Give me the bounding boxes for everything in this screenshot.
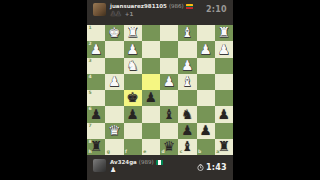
- square-b4[interactable]: [197, 74, 215, 90]
- square-g7[interactable]: ♛: [105, 123, 123, 139]
- square-b6[interactable]: [197, 106, 215, 122]
- rank-label: 3: [89, 59, 92, 64]
- file-label: h: [89, 150, 92, 155]
- opponent-player-bar: juansuarez981105(986) ♟♟ +1 2:10: [87, 0, 233, 25]
- square-e7[interactable]: [142, 123, 160, 139]
- letterbox-right: [233, 0, 320, 180]
- square-a6[interactable]: ♟: [215, 106, 233, 122]
- square-h2[interactable]: ♟2: [87, 41, 105, 57]
- file-label: a: [216, 150, 219, 155]
- square-f2[interactable]: ♟: [124, 41, 142, 57]
- square-b1[interactable]: [197, 25, 215, 41]
- square-c5[interactable]: [178, 90, 196, 106]
- player-avatar[interactable]: [93, 159, 106, 172]
- player-username[interactable]: Av324ga: [110, 159, 137, 165]
- file-label: e: [143, 150, 146, 155]
- square-h6[interactable]: ♟6: [87, 106, 105, 122]
- piece-wP[interactable]: ♟: [160, 74, 178, 90]
- square-c7[interactable]: ♟: [178, 123, 196, 139]
- piece-wR[interactable]: ♜: [215, 25, 233, 41]
- piece-wP[interactable]: ♟: [197, 41, 215, 57]
- square-f5[interactable]: ♚: [124, 90, 142, 106]
- square-e5[interactable]: ♟: [142, 90, 160, 106]
- opponent-captured-pieces: ♟♟ +1: [110, 11, 133, 18]
- square-g8[interactable]: g: [105, 139, 123, 155]
- square-a1[interactable]: ♜: [215, 25, 233, 41]
- square-f8[interactable]: f: [124, 139, 142, 155]
- rank-label: 1: [89, 26, 92, 31]
- square-d6[interactable]: ♝: [160, 106, 178, 122]
- square-h1[interactable]: 1: [87, 25, 105, 41]
- lithuania-flag-icon: [186, 4, 193, 9]
- square-f3[interactable]: ♞: [124, 58, 142, 74]
- player-name-line[interactable]: Av324ga(989): [110, 159, 163, 165]
- piece-bK[interactable]: ♚: [124, 90, 142, 106]
- piece-wP[interactable]: ♟: [215, 41, 233, 57]
- square-g6[interactable]: [105, 106, 123, 122]
- piece-bP[interactable]: ♟: [142, 90, 160, 106]
- square-h8[interactable]: ♜8h: [87, 139, 105, 155]
- square-c1[interactable]: ♝: [178, 25, 196, 41]
- square-c2[interactable]: [178, 41, 196, 57]
- chess-board[interactable]: 1♚♜♝♜♟2♟♟♟3♞♟4♟♟♝5♚♟♟6♟♝♞♟7♛♟♟♜8hgfe♛d♝c…: [87, 25, 233, 155]
- square-d4[interactable]: ♟: [160, 74, 178, 90]
- rank-label: 8: [89, 140, 92, 145]
- square-c3[interactable]: ♟: [178, 58, 196, 74]
- file-label: b: [198, 150, 201, 155]
- square-a2[interactable]: ♟: [215, 41, 233, 57]
- piece-wP[interactable]: ♟: [178, 58, 196, 74]
- square-b7[interactable]: ♟: [197, 123, 215, 139]
- material-advantage: +1: [125, 11, 133, 17]
- piece-wR[interactable]: ♜: [124, 25, 142, 41]
- square-b2[interactable]: ♟: [197, 41, 215, 57]
- square-a8[interactable]: ♜a: [215, 139, 233, 155]
- square-e2[interactable]: [142, 41, 160, 57]
- piece-wB[interactable]: ♝: [178, 25, 196, 41]
- square-f7[interactable]: [124, 123, 142, 139]
- piece-bP[interactable]: ♟: [215, 106, 233, 122]
- square-h5[interactable]: 5: [87, 90, 105, 106]
- rank-label: 4: [89, 75, 92, 80]
- square-g4[interactable]: ♟: [105, 74, 123, 90]
- square-a5[interactable]: [215, 90, 233, 106]
- screen: juansuarez981105(986) ♟♟ +1 2:10 1♚♜♝♜♟2…: [0, 0, 320, 180]
- square-g2[interactable]: [105, 41, 123, 57]
- opponent-clock: 2:10: [206, 5, 227, 14]
- square-f4[interactable]: [124, 74, 142, 90]
- piece-bB[interactable]: ♝: [160, 106, 178, 122]
- square-f1[interactable]: ♜: [124, 25, 142, 41]
- square-f6[interactable]: ♟: [124, 106, 142, 122]
- square-e4[interactable]: [142, 74, 160, 90]
- piece-bP[interactable]: ♟: [197, 123, 215, 139]
- piece-wQ[interactable]: ♛: [105, 123, 123, 139]
- square-b5[interactable]: [197, 90, 215, 106]
- piece-wB[interactable]: ♝: [178, 74, 196, 90]
- square-c6[interactable]: ♞: [178, 106, 196, 122]
- piece-wN[interactable]: ♞: [124, 58, 142, 74]
- square-h7[interactable]: 7: [87, 123, 105, 139]
- file-label: d: [162, 150, 165, 155]
- square-d3[interactable]: [160, 58, 178, 74]
- square-d7[interactable]: [160, 123, 178, 139]
- captured-black-pawns: ♟♟: [110, 10, 121, 18]
- file-label: f: [125, 150, 127, 155]
- square-g1[interactable]: ♚: [105, 25, 123, 41]
- player-time: 1:43: [206, 163, 227, 172]
- nigeria-flag-icon: [156, 160, 163, 165]
- square-d8[interactable]: ♛d: [160, 139, 178, 155]
- rank-label: 6: [89, 107, 92, 112]
- square-b3[interactable]: [197, 58, 215, 74]
- square-d1[interactable]: [160, 25, 178, 41]
- square-g3[interactable]: [105, 58, 123, 74]
- file-label: g: [107, 150, 110, 155]
- opponent-username[interactable]: juansuarez981105: [110, 3, 167, 9]
- square-g5[interactable]: [105, 90, 123, 106]
- file-label: c: [180, 150, 183, 155]
- piece-bP[interactable]: ♟: [124, 106, 142, 122]
- captured-white-pawn: ♟: [110, 166, 115, 174]
- opponent-rating: (986): [169, 3, 184, 9]
- square-h4[interactable]: 4: [87, 74, 105, 90]
- square-b8[interactable]: b: [197, 139, 215, 155]
- piece-bN[interactable]: ♞: [178, 106, 196, 122]
- rank-label: 2: [89, 42, 92, 47]
- opponent-avatar[interactable]: [93, 3, 106, 16]
- square-d5[interactable]: [160, 90, 178, 106]
- square-c8[interactable]: ♝c: [178, 139, 196, 155]
- square-c4[interactable]: ♝: [178, 74, 196, 90]
- square-d2[interactable]: [160, 41, 178, 57]
- piece-wK[interactable]: ♚: [105, 25, 123, 41]
- square-a4[interactable]: [215, 74, 233, 90]
- player-captured-pieces: ♟: [110, 167, 115, 174]
- app-content: juansuarez981105(986) ♟♟ +1 2:10 1♚♜♝♜♟2…: [87, 0, 233, 180]
- rank-label: 5: [89, 91, 92, 96]
- player-clock: 1:43: [197, 163, 227, 173]
- piece-wP[interactable]: ♟: [105, 74, 123, 90]
- square-e3[interactable]: [142, 58, 160, 74]
- timer-icon: [197, 164, 204, 173]
- opponent-name-line[interactable]: juansuarez981105(986): [110, 3, 193, 9]
- opponent-time: 2:10: [206, 5, 227, 14]
- letterbox-left: [0, 0, 87, 180]
- player-bar: Av324ga(989) ♟ 1:43: [87, 155, 233, 180]
- player-rating: (989): [139, 159, 154, 165]
- square-e1[interactable]: [142, 25, 160, 41]
- piece-bP[interactable]: ♟: [178, 123, 196, 139]
- square-h3[interactable]: 3: [87, 58, 105, 74]
- square-a3[interactable]: [215, 58, 233, 74]
- square-a7[interactable]: [215, 123, 233, 139]
- piece-wP[interactable]: ♟: [124, 41, 142, 57]
- rank-label: 7: [89, 124, 92, 129]
- square-e6[interactable]: [142, 106, 160, 122]
- square-e8[interactable]: e: [142, 139, 160, 155]
